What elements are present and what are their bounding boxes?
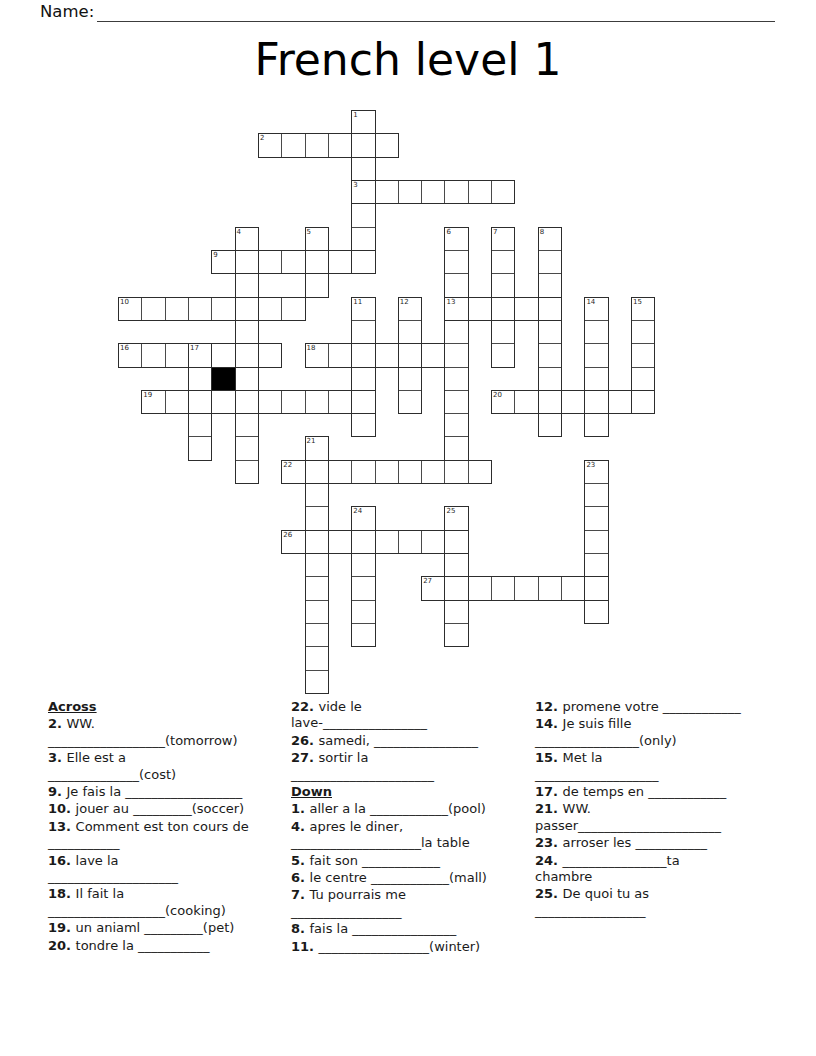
- clue-across-9: 9. Je fais la __________________: [48, 784, 288, 800]
- grid-cell[interactable]: [468, 297, 492, 321]
- grid-cell[interactable]: [305, 600, 329, 624]
- grid-cell[interactable]: [398, 530, 422, 554]
- grid-cell[interactable]: [235, 250, 259, 274]
- clue-col-3: 12. promene votre ____________14. Je sui…: [535, 699, 775, 920]
- grid-cell[interactable]: [375, 460, 399, 484]
- clue-num-label: 8.: [291, 921, 310, 936]
- grid-cell[interactable]: [305, 576, 329, 600]
- grid-cell[interactable]: [538, 390, 562, 414]
- grid-cell[interactable]: [305, 670, 329, 694]
- grid-cell[interactable]: [235, 436, 259, 460]
- grid-cell[interactable]: [561, 576, 585, 600]
- clue-text: Il fait la __________________(cooking): [48, 886, 226, 917]
- grid-cell[interactable]: [538, 343, 562, 367]
- grid-cell[interactable]: [421, 460, 445, 484]
- grid-cell[interactable]: [351, 367, 375, 391]
- clue-across-18: 18. Il fait la __________________(cookin…: [48, 886, 288, 919]
- grid-cell[interactable]: [444, 530, 468, 554]
- grid-cell[interactable]: [631, 320, 655, 344]
- clue-num-label: 21.: [535, 801, 563, 816]
- clue-num-label: 11.: [291, 939, 319, 954]
- grid-cell[interactable]: [584, 600, 608, 624]
- grid-cell[interactable]: [211, 297, 235, 321]
- grid-cell[interactable]: [398, 343, 422, 367]
- grid-cell[interactable]: [328, 390, 352, 414]
- clue-down-12: 12. promene votre ____________: [535, 699, 775, 715]
- grid-cell[interactable]: [514, 390, 538, 414]
- clue-num-label: 5.: [291, 853, 310, 868]
- clue-text: de temps en ____________: [563, 784, 727, 799]
- grid-cell[interactable]: [444, 436, 468, 460]
- grid-cell[interactable]: [258, 390, 282, 414]
- clue-across-19: 19. un aniaml _________(pet): [48, 920, 288, 936]
- clue-text: Comment est ton cours de ___________: [48, 819, 249, 850]
- grid-cell[interactable]: [351, 600, 375, 624]
- clue-num-label: 7.: [291, 887, 310, 902]
- clue-num-label: 13.: [48, 819, 76, 834]
- grid-cell[interactable]: [491, 390, 515, 414]
- black-cell: [211, 367, 235, 391]
- clue-text: _________________(winter): [319, 939, 481, 954]
- clue-num-label: 26.: [291, 733, 319, 748]
- grid-cell[interactable]: [351, 623, 375, 647]
- clue-down-6: 6. le centre ____________(mall): [291, 870, 531, 886]
- clue-num-label: 15.: [535, 750, 563, 765]
- clue-num-label: 9.: [48, 784, 67, 799]
- grid-cell[interactable]: [538, 297, 562, 321]
- clue-text: apres le diner, ____________________la t…: [291, 819, 470, 850]
- grid-cell[interactable]: [631, 343, 655, 367]
- grid-cell[interactable]: [444, 413, 468, 437]
- grid-cell[interactable]: [375, 180, 399, 204]
- grid-cell[interactable]: [351, 203, 375, 227]
- grid-cell[interactable]: [444, 460, 468, 484]
- grid-cell[interactable]: [351, 506, 375, 530]
- clue-across-26: 26. samedi, ________________: [291, 733, 531, 749]
- grid-cell[interactable]: [631, 390, 655, 414]
- grid-cell[interactable]: [188, 343, 212, 367]
- grid-cell[interactable]: [421, 343, 445, 367]
- grid-cell[interactable]: [165, 297, 189, 321]
- grid-cell[interactable]: [584, 553, 608, 577]
- grid-cell[interactable]: [351, 227, 375, 251]
- grid-cell[interactable]: [165, 343, 189, 367]
- grid-cell[interactable]: [118, 343, 142, 367]
- clue-down-17: 17. de temps en ____________: [535, 784, 775, 800]
- clue-num-label: 22.: [291, 699, 319, 714]
- clue-num-label: 1.: [291, 801, 310, 816]
- grid-cell[interactable]: [444, 343, 468, 367]
- down-header: Down: [291, 784, 531, 800]
- grid-cell[interactable]: [235, 227, 259, 251]
- grid-cell[interactable]: [351, 460, 375, 484]
- clue-across-13: 13. Comment est ton cours de ___________: [48, 819, 288, 852]
- grid-cell[interactable]: [211, 390, 235, 414]
- clue-text: fais la ________________: [310, 921, 457, 936]
- grid-cell[interactable]: [328, 250, 352, 274]
- clue-num-label: 19.: [48, 920, 76, 935]
- clue-down-21: 21. WW. passer______________________: [535, 801, 775, 834]
- clue-num-label: 23.: [535, 835, 563, 850]
- grid-cell[interactable]: [538, 227, 562, 251]
- grid-cell[interactable]: [421, 576, 445, 600]
- clue-across-20: 20. tondre la ___________: [48, 938, 288, 954]
- grid-cell[interactable]: [538, 320, 562, 344]
- clue-col-1: Across2. WW. __________________(tomorrow…: [48, 699, 288, 955]
- clue-text: aller a la ____________(pool): [310, 801, 486, 816]
- clue-text: Elle est a ______________(cost): [48, 750, 176, 781]
- grid-cell[interactable]: [351, 320, 375, 344]
- clue-num-label: 27.: [291, 750, 319, 765]
- grid-cell[interactable]: [211, 250, 235, 274]
- grid-cell[interactable]: [235, 320, 259, 344]
- grid-cell[interactable]: [351, 553, 375, 577]
- clue-across-10: 10. jouer au _________(soccer): [48, 801, 288, 817]
- grid-cell[interactable]: [235, 343, 259, 367]
- grid-cell[interactable]: [328, 133, 352, 157]
- grid-cell[interactable]: [491, 297, 515, 321]
- grid-cell[interactable]: [305, 530, 329, 554]
- grid-cell[interactable]: [398, 367, 422, 391]
- grid-cell[interactable]: [281, 133, 305, 157]
- grid-cell[interactable]: [608, 390, 632, 414]
- clue-text: le centre ____________(mall): [310, 870, 487, 885]
- grid-cell[interactable]: [188, 367, 212, 391]
- grid-cell[interactable]: [328, 460, 352, 484]
- grid-cell[interactable]: [235, 460, 259, 484]
- across-header: Across: [48, 699, 288, 715]
- clue-down-14: 14. Je suis fille ________________(only): [535, 716, 775, 749]
- clue-num-label: 16.: [48, 853, 76, 868]
- grid-cell[interactable]: [281, 390, 305, 414]
- grid-cell[interactable]: [584, 506, 608, 530]
- grid-cell[interactable]: [491, 273, 515, 297]
- grid-cell[interactable]: [444, 506, 468, 530]
- grid-cell[interactable]: [421, 180, 445, 204]
- grid-cell[interactable]: [514, 576, 538, 600]
- grid-cell[interactable]: [375, 343, 399, 367]
- grid-cell[interactable]: [538, 367, 562, 391]
- grid-cell[interactable]: [305, 646, 329, 670]
- grid-cell[interactable]: [444, 320, 468, 344]
- grid-cell[interactable]: [305, 227, 329, 251]
- clue-num-label: 4.: [291, 819, 310, 834]
- grid-cell[interactable]: [538, 576, 562, 600]
- grid-cell[interactable]: [538, 250, 562, 274]
- clue-text: arroser les ___________: [563, 835, 707, 850]
- grid-cell[interactable]: [444, 390, 468, 414]
- grid-cell[interactable]: [281, 250, 305, 274]
- grid-cell[interactable]: [491, 250, 515, 274]
- grid-cell[interactable]: [584, 390, 608, 414]
- grid-cell[interactable]: [444, 576, 468, 600]
- grid-cell[interactable]: [584, 413, 608, 437]
- grid-cell[interactable]: [444, 600, 468, 624]
- grid-cell[interactable]: [584, 576, 608, 600]
- grid-cell[interactable]: [258, 343, 282, 367]
- grid-cell[interactable]: [351, 110, 375, 134]
- grid-cell[interactable]: [491, 180, 515, 204]
- grid-cell[interactable]: [444, 250, 468, 274]
- grid-cell[interactable]: [118, 297, 142, 321]
- grid-cell[interactable]: [305, 273, 329, 297]
- grid-cell[interactable]: [188, 436, 212, 460]
- grid-cell[interactable]: [141, 297, 165, 321]
- worksheet: Name: French level 1 2391013161819202226…: [0, 0, 816, 1056]
- grid-cell[interactable]: [258, 250, 282, 274]
- grid-cell[interactable]: [188, 297, 212, 321]
- grid-cell[interactable]: [305, 250, 329, 274]
- clue-text: un aniaml _________(pet): [76, 920, 235, 935]
- grid-cell[interactable]: [584, 320, 608, 344]
- clue-num-label: 2.: [48, 716, 67, 731]
- clue-down-11: 11. _________________(winter): [291, 939, 531, 955]
- grid-cell[interactable]: [188, 390, 212, 414]
- grid-cell[interactable]: [328, 343, 352, 367]
- grid-cell[interactable]: [375, 530, 399, 554]
- grid-cell[interactable]: [351, 576, 375, 600]
- grid-cell[interactable]: [351, 250, 375, 274]
- clue-across-27: 27. sortir la ______________________: [291, 750, 531, 783]
- grid-cell[interactable]: [188, 413, 212, 437]
- clue-text: Je fais la __________________: [67, 784, 243, 799]
- clue-down-7: 7. Tu pourrais me _________________: [291, 887, 531, 920]
- grid-cell[interactable]: [398, 180, 422, 204]
- grid-cell[interactable]: [281, 530, 305, 554]
- grid-cell[interactable]: [305, 390, 329, 414]
- clue-down-15: 15. Met la ___________________: [535, 750, 775, 783]
- grid-cell[interactable]: [444, 367, 468, 391]
- clue-down-1: 1. aller a la ____________(pool): [291, 801, 531, 817]
- grid-cell[interactable]: [468, 180, 492, 204]
- grid-cell[interactable]: [258, 133, 282, 157]
- grid-cell[interactable]: [351, 413, 375, 437]
- grid-cell[interactable]: [305, 343, 329, 367]
- grid-cell[interactable]: [351, 180, 375, 204]
- clue-num-label: 10.: [48, 801, 76, 816]
- grid-cell[interactable]: [258, 297, 282, 321]
- grid-cell[interactable]: [305, 553, 329, 577]
- grid-cell[interactable]: [491, 576, 515, 600]
- grid-cell[interactable]: [305, 506, 329, 530]
- clue-num-label: 14.: [535, 716, 563, 731]
- clue-col-2: 22. vide le lave-________________26. sam…: [291, 699, 531, 956]
- clue-down-5: 5. fait son ____________: [291, 853, 531, 869]
- clue-text: tondre la ___________: [76, 938, 210, 953]
- grid-cell[interactable]: [235, 390, 259, 414]
- grid-cell[interactable]: [235, 413, 259, 437]
- grid-cell[interactable]: [538, 413, 562, 437]
- grid-cell[interactable]: [468, 460, 492, 484]
- grid-cell[interactable]: [351, 297, 375, 321]
- clue-text: samedi, ________________: [319, 733, 479, 748]
- clue-across-2: 2. WW. __________________(tomorrow): [48, 716, 288, 749]
- grid-cell[interactable]: [468, 576, 492, 600]
- grid-cell[interactable]: [584, 460, 608, 484]
- grid-cell[interactable]: [584, 483, 608, 507]
- grid-cell[interactable]: [351, 157, 375, 181]
- grid-cell[interactable]: [211, 343, 235, 367]
- grid-cell[interactable]: [305, 133, 329, 157]
- grid-cell[interactable]: [631, 367, 655, 391]
- grid-cell[interactable]: [421, 530, 445, 554]
- clue-down-8: 8. fais la ________________: [291, 921, 531, 937]
- grid-cell[interactable]: [281, 460, 305, 484]
- grid-cell[interactable]: [444, 297, 468, 321]
- grid-cell[interactable]: [444, 227, 468, 251]
- grid-cell[interactable]: [375, 133, 399, 157]
- grid-cell[interactable]: [235, 297, 259, 321]
- grid-cell[interactable]: [491, 343, 515, 367]
- grid-cell[interactable]: [538, 273, 562, 297]
- clue-text: fait son ____________: [310, 853, 440, 868]
- clue-down-23: 23. arroser les ___________: [535, 835, 775, 851]
- grid-cell[interactable]: [444, 553, 468, 577]
- grid-cell[interactable]: [305, 436, 329, 460]
- grid-cell[interactable]: [491, 320, 515, 344]
- clue-down-25: 25. De quoi tu as _________________: [535, 886, 775, 919]
- grid-cell[interactable]: [305, 460, 329, 484]
- grid-cell[interactable]: [328, 530, 352, 554]
- grid-cell[interactable]: [351, 390, 375, 414]
- grid-cell[interactable]: [351, 530, 375, 554]
- clue-text: WW. passer______________________: [535, 801, 721, 832]
- grid-cell[interactable]: [141, 343, 165, 367]
- grid-cell[interactable]: [305, 483, 329, 507]
- grid-cell[interactable]: [235, 367, 259, 391]
- grid-cell[interactable]: [398, 320, 422, 344]
- grid-cell[interactable]: [398, 297, 422, 321]
- grid-cell[interactable]: [398, 460, 422, 484]
- clue-num-label: 6.: [291, 870, 310, 885]
- grid-cell[interactable]: [584, 297, 608, 321]
- grid-cell[interactable]: [281, 297, 305, 321]
- grid-cell[interactable]: [305, 623, 329, 647]
- grid-cell[interactable]: [491, 227, 515, 251]
- clue-num-label: 12.: [535, 699, 563, 714]
- grid-cell[interactable]: [165, 390, 189, 414]
- clue-across-22: 22. vide le lave-________________: [291, 699, 531, 732]
- grid-cell[interactable]: [514, 297, 538, 321]
- grid-cell[interactable]: [141, 390, 165, 414]
- clue-num-label: 18.: [48, 886, 76, 901]
- grid-cell[interactable]: [444, 623, 468, 647]
- grid-cell[interactable]: [561, 390, 585, 414]
- clue-down-24: 24. ________________ta chambre: [535, 853, 775, 886]
- grid-cell[interactable]: [444, 273, 468, 297]
- clue-num-label: 3.: [48, 750, 67, 765]
- clue-down-4: 4. apres le diner, ____________________l…: [291, 819, 531, 852]
- grid-cell[interactable]: [584, 530, 608, 554]
- clue-num-label: 20.: [48, 938, 76, 953]
- grid-cell[interactable]: [351, 133, 375, 157]
- clue-across-16: 16. lave la ____________________: [48, 853, 288, 886]
- grid-cell[interactable]: [444, 180, 468, 204]
- grid-cell[interactable]: [235, 273, 259, 297]
- grid-cell[interactable]: [351, 343, 375, 367]
- grid-cell[interactable]: [398, 390, 422, 414]
- clue-num-label: 17.: [535, 784, 563, 799]
- clue-text: jouer au _________(soccer): [76, 801, 245, 816]
- grid-cell[interactable]: [631, 297, 655, 321]
- clue-num-label: 25.: [535, 886, 563, 901]
- grid-cell[interactable]: [584, 343, 608, 367]
- clue-text: WW. __________________(tomorrow): [48, 716, 238, 747]
- clue-text: promene votre ____________: [563, 699, 741, 714]
- grid-cell[interactable]: [584, 367, 608, 391]
- clue-across-3: 3. Elle est a ______________(cost): [48, 750, 288, 783]
- clue-num-label: 24.: [535, 853, 563, 868]
